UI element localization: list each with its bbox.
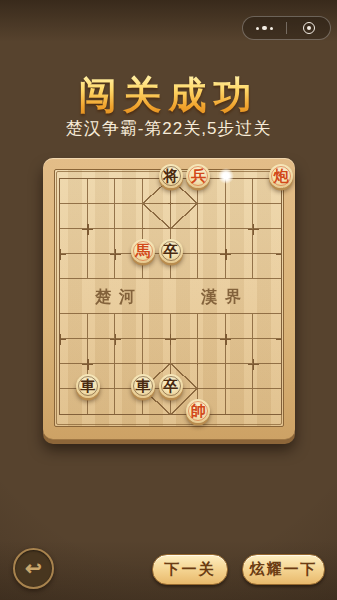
piece-red-cannon[interactable]: 炮 — [269, 164, 293, 188]
piece-label: 帥 — [191, 404, 206, 419]
piece-label: 車 — [80, 379, 95, 394]
next-level-button[interactable]: 下一关 — [152, 554, 228, 585]
brag-button[interactable]: 炫耀一下 — [242, 554, 325, 585]
piece-black-chariot[interactable]: 車 — [131, 374, 155, 398]
last-move-highlight — [218, 168, 234, 184]
undo-back-button[interactable]: ↩ — [13, 548, 54, 589]
piece-label: 卒 — [163, 244, 178, 259]
more-button[interactable] — [243, 17, 286, 39]
pieces-layer: 将兵炮馬卒車車卒帥 — [60, 179, 281, 414]
screen: { "game": "xiangqi", "position": { "fen"… — [0, 0, 337, 600]
page-title: 闯关成功 — [0, 70, 337, 121]
piece-label: 卒 — [163, 379, 178, 394]
piece-label: 炮 — [274, 169, 289, 184]
piece-label: 兵 — [191, 169, 206, 184]
piece-red-general[interactable]: 帥 — [186, 399, 210, 423]
board-surface: 楚河 漢界 将兵炮馬卒車車卒帥 — [54, 169, 284, 427]
more-icon — [256, 26, 273, 31]
piece-black-general[interactable]: 将 — [159, 164, 183, 188]
exit-button[interactable] — [287, 17, 330, 39]
piece-red-soldier[interactable]: 兵 — [186, 164, 210, 188]
piece-black-soldier[interactable]: 卒 — [159, 239, 183, 263]
wechat-capsule — [242, 16, 331, 40]
piece-label: 将 — [163, 169, 178, 184]
xiangqi-board: 楚河 漢界 将兵炮馬卒車車卒帥 — [43, 158, 295, 440]
piece-black-soldier[interactable]: 卒 — [159, 374, 183, 398]
level-subtitle: 楚汉争霸-第22关,5步过关 — [0, 117, 337, 140]
piece-black-chariot[interactable]: 車 — [76, 374, 100, 398]
exit-icon — [303, 22, 315, 34]
piece-label: 車 — [135, 379, 150, 394]
piece-red-horse[interactable]: 馬 — [131, 239, 155, 263]
return-arrow-icon: ↩ — [25, 558, 42, 578]
piece-label: 馬 — [135, 244, 150, 259]
